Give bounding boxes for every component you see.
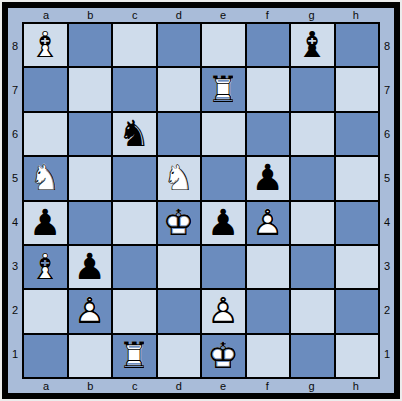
white-rook[interactable]: ♜♖ (202, 68, 245, 110)
piece-outline: ♖ (202, 68, 245, 110)
piece-outline: ♙ (202, 290, 245, 332)
square-a1[interactable] (24, 335, 67, 377)
square-d8[interactable] (158, 24, 201, 66)
file-label-g: g (309, 381, 315, 392)
square-h5[interactable] (336, 157, 379, 199)
file-label-d: d (176, 10, 182, 21)
square-e2[interactable]: ♟♙ (202, 290, 245, 332)
square-f2[interactable] (247, 290, 290, 332)
black-bishop[interactable]: ♝ (291, 24, 334, 66)
white-pawn[interactable]: ♟♙ (247, 202, 290, 244)
square-a4[interactable]: ♟ (24, 202, 67, 244)
file-label-e: e (220, 10, 226, 21)
rank-label-2: 2 (12, 305, 18, 316)
rank-label-3: 3 (12, 261, 18, 272)
square-e7[interactable]: ♜♖ (202, 68, 245, 110)
square-e8[interactable] (202, 24, 245, 66)
square-d6[interactable] (158, 113, 201, 155)
square-b4[interactable] (69, 202, 112, 244)
black-pawn[interactable]: ♟ (69, 246, 112, 288)
file-labels-top: abcdefgh (22, 8, 380, 22)
square-f6[interactable] (247, 113, 290, 155)
file-label-f: f (266, 381, 269, 392)
file-label-b: b (87, 381, 93, 392)
square-h3[interactable] (336, 246, 379, 288)
white-bishop[interactable]: ♝♗ (24, 246, 67, 288)
square-f3[interactable] (247, 246, 290, 288)
file-label-d: d (176, 381, 182, 392)
piece-glyph: ♟ (247, 157, 290, 199)
square-b5[interactable] (69, 157, 112, 199)
square-a6[interactable] (24, 113, 67, 155)
square-h7[interactable] (336, 68, 379, 110)
square-g6[interactable] (291, 113, 334, 155)
square-c3[interactable] (113, 246, 156, 288)
square-c2[interactable] (113, 290, 156, 332)
rank-label-5: 5 (12, 173, 18, 184)
square-f1[interactable] (247, 335, 290, 377)
square-f4[interactable]: ♟♙ (247, 202, 290, 244)
file-label-g: g (309, 10, 315, 21)
file-label-b: b (87, 10, 93, 21)
white-knight[interactable]: ♞♘ (158, 157, 201, 199)
piece-glyph: ♞ (113, 113, 156, 155)
rank-label-8: 8 (12, 41, 18, 52)
rank-labels-right: 87654321 (380, 22, 394, 379)
rank-label-7: 7 (384, 85, 390, 96)
square-d4[interactable]: ♚♔ (158, 202, 201, 244)
square-a3[interactable]: ♝♗ (24, 246, 67, 288)
piece-outline: ♘ (158, 157, 201, 199)
square-g7[interactable] (291, 68, 334, 110)
square-a8[interactable]: ♝♗ (24, 24, 67, 66)
rank-label-3: 3 (384, 261, 390, 272)
black-pawn[interactable]: ♟ (202, 202, 245, 244)
piece-glyph: ♝ (291, 24, 334, 66)
square-c7[interactable] (113, 68, 156, 110)
piece-outline: ♖ (113, 335, 156, 377)
square-d5[interactable]: ♞♘ (158, 157, 201, 199)
white-knight[interactable]: ♞♘ (24, 157, 67, 199)
square-d7[interactable] (158, 68, 201, 110)
square-c5[interactable] (113, 157, 156, 199)
white-king[interactable]: ♚♔ (202, 335, 245, 377)
square-g4[interactable] (291, 202, 334, 244)
square-a2[interactable] (24, 290, 67, 332)
piece-outline: ♗ (24, 246, 67, 288)
square-f5[interactable]: ♟ (247, 157, 290, 199)
square-b2[interactable]: ♟♙ (69, 290, 112, 332)
square-g1[interactable] (291, 335, 334, 377)
square-b7[interactable] (69, 68, 112, 110)
rank-label-2: 2 (384, 305, 390, 316)
black-knight[interactable]: ♞ (113, 113, 156, 155)
square-b3[interactable]: ♟ (69, 246, 112, 288)
screenshot-background: abcdefgh 87654321 ♝♗♝♜♖♞♞♘♞♘♟♟♚♔♟♟♙♝♗♟♟♙… (0, 0, 402, 401)
square-f7[interactable] (247, 68, 290, 110)
piece-outline: ♔ (158, 202, 201, 244)
piece-glyph: ♟ (202, 202, 245, 244)
file-label-e: e (220, 381, 226, 392)
piece-outline: ♘ (24, 157, 67, 199)
square-b6[interactable] (69, 113, 112, 155)
rank-label-8: 8 (384, 41, 390, 52)
square-c1[interactable]: ♜♖ (113, 335, 156, 377)
square-e1[interactable]: ♚♔ (202, 335, 245, 377)
rank-label-4: 4 (384, 217, 390, 228)
square-h1[interactable] (336, 335, 379, 377)
square-h8[interactable] (336, 24, 379, 66)
square-g3[interactable] (291, 246, 334, 288)
rank-label-5: 5 (384, 173, 390, 184)
board-layout: abcdefgh 87654321 ♝♗♝♜♖♞♞♘♞♘♟♟♚♔♟♟♙♝♗♟♟♙… (8, 8, 394, 393)
piece-outline: ♔ (202, 335, 245, 377)
square-h2[interactable] (336, 290, 379, 332)
rank-label-1: 1 (384, 349, 390, 360)
square-a5[interactable]: ♞♘ (24, 157, 67, 199)
square-d1[interactable] (158, 335, 201, 377)
square-e6[interactable] (202, 113, 245, 155)
rank-label-6: 6 (384, 129, 390, 140)
file-label-a: a (43, 381, 49, 392)
white-bishop[interactable]: ♝♗ (24, 24, 67, 66)
file-label-c: c (132, 381, 138, 392)
white-pawn[interactable]: ♟♙ (69, 290, 112, 332)
file-label-h: h (353, 381, 359, 392)
rank-label-7: 7 (12, 85, 18, 96)
file-label-h: h (353, 10, 359, 21)
square-g8[interactable]: ♝ (291, 24, 334, 66)
rank-label-1: 1 (12, 349, 18, 360)
piece-outline: ♗ (24, 24, 67, 66)
square-h4[interactable] (336, 202, 379, 244)
square-e4[interactable]: ♟ (202, 202, 245, 244)
rank-label-4: 4 (12, 217, 18, 228)
rank-label-6: 6 (12, 129, 18, 140)
square-d2[interactable] (158, 290, 201, 332)
square-g5[interactable] (291, 157, 334, 199)
file-label-a: a (43, 10, 49, 21)
square-b8[interactable] (69, 24, 112, 66)
square-c6[interactable]: ♞ (113, 113, 156, 155)
file-label-c: c (132, 10, 138, 21)
black-pawn[interactable]: ♟ (247, 157, 290, 199)
white-king[interactable]: ♚♔ (158, 202, 201, 244)
piece-outline: ♙ (69, 290, 112, 332)
piece-outline: ♙ (247, 202, 290, 244)
square-e5[interactable] (202, 157, 245, 199)
rank-labels-left: 87654321 (8, 22, 22, 379)
chess-board: ♝♗♝♜♖♞♞♘♞♘♟♟♚♔♟♟♙♝♗♟♟♙♟♙♜♖♚♔ (22, 22, 380, 379)
piece-glyph: ♟ (69, 246, 112, 288)
square-c8[interactable] (113, 24, 156, 66)
board-frame: abcdefgh 87654321 ♝♗♝♜♖♞♞♘♞♘♟♟♚♔♟♟♙♝♗♟♟♙… (2, 2, 400, 399)
white-rook[interactable]: ♜♖ (113, 335, 156, 377)
square-b1[interactable] (69, 335, 112, 377)
piece-glyph: ♟ (24, 202, 67, 244)
white-pawn[interactable]: ♟♙ (202, 290, 245, 332)
square-f8[interactable] (247, 24, 290, 66)
square-h6[interactable] (336, 113, 379, 155)
black-pawn[interactable]: ♟ (24, 202, 67, 244)
square-g2[interactable] (291, 290, 334, 332)
square-e3[interactable] (202, 246, 245, 288)
file-label-f: f (266, 10, 269, 21)
file-labels-bottom: abcdefgh (22, 379, 380, 393)
square-a7[interactable] (24, 68, 67, 110)
square-d3[interactable] (158, 246, 201, 288)
square-c4[interactable] (113, 202, 156, 244)
